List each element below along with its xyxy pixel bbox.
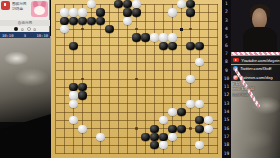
black-stone xyxy=(186,42,194,50)
coordinate-label: 14 xyxy=(222,108,231,116)
white-stone-icon xyxy=(27,27,31,31)
coordinate-label: 18 xyxy=(222,141,231,149)
black-stone xyxy=(141,133,149,141)
grid-line xyxy=(56,153,218,154)
grid-line xyxy=(56,112,218,113)
black-stone xyxy=(159,133,167,141)
black-stone xyxy=(78,17,86,25)
coordinate-label: 19 xyxy=(222,150,231,158)
black-stone xyxy=(69,17,77,25)
twitter-link-label: Twitter.com/GoE xyxy=(240,66,272,71)
coordinate-label: 9 xyxy=(222,67,231,75)
coordinate-label: 17 xyxy=(222,133,231,141)
black-stone-icon xyxy=(14,27,18,31)
black-stone xyxy=(132,33,140,41)
black-stone xyxy=(123,0,131,8)
stream-frame: 围棋对局 19路盘 自由对局 0 0 10:10 3 10:10 1234567… xyxy=(0,0,280,158)
black-stone xyxy=(168,42,176,50)
white-stone xyxy=(159,116,167,124)
white-stone xyxy=(195,100,203,108)
white-captures: 0 xyxy=(34,27,36,32)
white-stone xyxy=(204,116,212,124)
white-stone xyxy=(69,100,77,108)
black-stone xyxy=(96,17,104,25)
black-stone xyxy=(141,33,149,41)
black-stone xyxy=(150,125,158,133)
black-stone xyxy=(177,125,185,133)
star-point xyxy=(189,28,191,30)
coordinate-label: 7 xyxy=(222,50,231,58)
white-stone xyxy=(60,25,68,33)
black-stone xyxy=(69,42,77,50)
coordinate-label: 10 xyxy=(222,75,231,83)
white-stone xyxy=(60,8,68,16)
timer-left: 10:10 xyxy=(2,33,13,38)
coordinate-label: 3 xyxy=(222,17,231,25)
black-stone xyxy=(69,83,77,91)
background-painting-left xyxy=(0,36,51,122)
grid-line xyxy=(56,137,218,138)
star-point xyxy=(81,28,83,30)
black-stone xyxy=(150,141,158,149)
white-stone xyxy=(87,0,95,8)
black-stone xyxy=(186,0,194,8)
star-point xyxy=(135,127,137,129)
white-stone xyxy=(195,141,203,149)
white-stone xyxy=(168,33,176,41)
timer-bar: 10:10 3 10:10 xyxy=(0,32,50,38)
tip-line: Last Sub xyxy=(232,92,279,97)
youtube-icon xyxy=(233,58,239,63)
black-stone xyxy=(78,91,86,99)
timer-mid: 3 xyxy=(24,33,26,38)
white-stone xyxy=(132,0,140,8)
grid-line xyxy=(163,4,164,153)
fox-avatar xyxy=(31,1,48,17)
star-point xyxy=(135,78,137,80)
coordinate-label: 13 xyxy=(222,100,231,108)
black-stone xyxy=(195,42,203,50)
coordinate-label: 1 xyxy=(222,0,231,8)
grid-line xyxy=(217,4,218,153)
white-stone xyxy=(186,100,194,108)
black-stone xyxy=(150,133,158,141)
black-stone xyxy=(159,42,167,50)
black-captures: 0 xyxy=(21,27,23,32)
black-stone xyxy=(87,17,95,25)
white-stone xyxy=(78,125,86,133)
go-board[interactable] xyxy=(51,0,222,158)
white-stone xyxy=(123,17,131,25)
coordinate-label: 6 xyxy=(222,42,231,50)
player-info-panel: 围棋对局 19路盘 自由对局 0 0 10:10 3 10:10 xyxy=(0,0,50,38)
white-stone xyxy=(195,58,203,66)
black-stone xyxy=(78,83,86,91)
coordinate-label: 8 xyxy=(222,58,231,66)
white-stone xyxy=(78,8,86,16)
white-stone xyxy=(159,141,167,149)
white-stone xyxy=(204,125,212,133)
coordinate-label: 4 xyxy=(222,25,231,33)
black-stone xyxy=(60,17,68,25)
coordinate-label: 12 xyxy=(222,91,231,99)
black-stone xyxy=(123,8,131,16)
streamer-face xyxy=(252,8,267,29)
star-point xyxy=(189,127,191,129)
black-stone xyxy=(105,25,113,33)
star-point xyxy=(81,78,83,80)
grid-line xyxy=(145,4,146,153)
grid-line xyxy=(56,145,218,146)
white-stone xyxy=(96,133,104,141)
white-stone xyxy=(69,91,77,99)
coordinate-label: 5 xyxy=(222,33,231,41)
black-stone xyxy=(195,125,203,133)
webcam xyxy=(231,0,280,53)
white-stone xyxy=(69,8,77,16)
coordinate-label: 2 xyxy=(222,8,231,16)
white-stone xyxy=(69,116,77,124)
board-coordinate-strip: 12345678910111213141516171819 xyxy=(222,0,231,158)
youtube-link-label: Youtube.com/dwyrin xyxy=(241,58,280,63)
white-stone xyxy=(168,8,176,16)
coordinate-label: 11 xyxy=(222,83,231,91)
white-stone xyxy=(168,108,176,116)
black-stone xyxy=(195,116,203,124)
overlay-stripe-separator xyxy=(231,52,280,55)
black-stone xyxy=(168,125,176,133)
white-stone xyxy=(150,33,158,41)
fox-face-icon xyxy=(34,6,45,15)
black-stone xyxy=(114,0,122,8)
white-stone xyxy=(186,75,194,83)
last-move-marker xyxy=(180,28,183,31)
donation-text-block: p $5 ters: $50.00 Last Sub xyxy=(232,81,279,97)
streamer-body xyxy=(243,27,277,53)
black-stone xyxy=(186,8,194,16)
player-avatar-icon xyxy=(1,1,10,10)
coordinate-label: 16 xyxy=(222,125,231,133)
white-stone xyxy=(168,133,176,141)
patreon-link-label: Patreon.com/dwy xyxy=(240,75,273,80)
black-stone xyxy=(96,8,104,16)
black-stone xyxy=(177,108,185,116)
star-point xyxy=(135,28,137,30)
coordinate-label: 15 xyxy=(222,116,231,124)
white-stone xyxy=(177,0,185,8)
youtube-link[interactable]: Youtube.com/dwyrin xyxy=(231,56,280,64)
grid-line xyxy=(56,120,218,121)
white-stone xyxy=(159,33,167,41)
black-stone xyxy=(132,8,140,16)
timer-right: 10:10 xyxy=(37,33,48,38)
